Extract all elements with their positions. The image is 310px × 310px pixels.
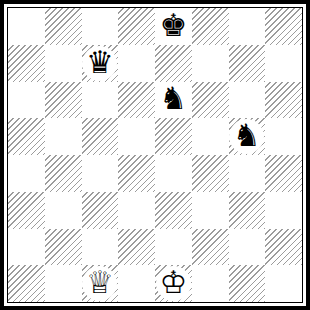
square-g8[interactable] xyxy=(229,8,266,45)
square-d4[interactable] xyxy=(118,155,155,192)
piece-halo: ♛ xyxy=(82,46,117,81)
square-b1[interactable] xyxy=(45,265,82,302)
square-f1[interactable] xyxy=(192,265,229,302)
piece-halo: ♕ xyxy=(82,266,117,301)
square-c6[interactable] xyxy=(82,82,119,119)
square-g2[interactable] xyxy=(229,229,266,266)
white-king-piece[interactable]: ♔ xyxy=(159,265,187,300)
square-c1[interactable]: ♕ xyxy=(82,265,119,302)
square-b8[interactable] xyxy=(45,8,82,45)
square-f6[interactable] xyxy=(192,82,229,119)
square-e3[interactable] xyxy=(155,192,192,229)
black-knight-piece[interactable]: ♞ xyxy=(159,82,187,117)
square-h8[interactable] xyxy=(265,8,302,45)
piece-halo: ♞ xyxy=(229,119,264,154)
square-f3[interactable] xyxy=(192,192,229,229)
square-e7[interactable] xyxy=(155,45,192,82)
square-a4[interactable] xyxy=(8,155,45,192)
square-a1[interactable] xyxy=(8,265,45,302)
white-queen-piece[interactable]: ♕ xyxy=(86,265,114,300)
square-e4[interactable] xyxy=(155,155,192,192)
chess-diagram: ♚♛♞♞♕♔ xyxy=(0,0,310,310)
square-f5[interactable] xyxy=(192,118,229,155)
square-b5[interactable] xyxy=(45,118,82,155)
square-h5[interactable] xyxy=(265,118,302,155)
square-a8[interactable] xyxy=(8,8,45,45)
square-f2[interactable] xyxy=(192,229,229,266)
square-g1[interactable] xyxy=(229,265,266,302)
square-a5[interactable] xyxy=(8,118,45,155)
square-c7[interactable]: ♛ xyxy=(82,45,119,82)
piece-halo: ♔ xyxy=(156,266,191,301)
square-e6[interactable]: ♞ xyxy=(155,82,192,119)
square-d6[interactable] xyxy=(118,82,155,119)
square-g5[interactable]: ♞ xyxy=(229,118,266,155)
square-g4[interactable] xyxy=(229,155,266,192)
square-d1[interactable] xyxy=(118,265,155,302)
square-d5[interactable] xyxy=(118,118,155,155)
square-g6[interactable] xyxy=(229,82,266,119)
square-b4[interactable] xyxy=(45,155,82,192)
square-c2[interactable] xyxy=(82,229,119,266)
square-g3[interactable] xyxy=(229,192,266,229)
square-f8[interactable] xyxy=(192,8,229,45)
square-h7[interactable] xyxy=(265,45,302,82)
board-inner-frame: ♚♛♞♞♕♔ xyxy=(7,7,303,303)
square-d8[interactable] xyxy=(118,8,155,45)
square-b2[interactable] xyxy=(45,229,82,266)
black-queen-piece[interactable]: ♛ xyxy=(86,45,114,80)
square-f4[interactable] xyxy=(192,155,229,192)
square-e1[interactable]: ♔ xyxy=(155,265,192,302)
square-b7[interactable] xyxy=(45,45,82,82)
piece-halo: ♚ xyxy=(156,9,191,44)
square-e2[interactable] xyxy=(155,229,192,266)
square-b3[interactable] xyxy=(45,192,82,229)
square-d3[interactable] xyxy=(118,192,155,229)
square-h2[interactable] xyxy=(265,229,302,266)
square-e8[interactable]: ♚ xyxy=(155,8,192,45)
square-a6[interactable] xyxy=(8,82,45,119)
square-d7[interactable] xyxy=(118,45,155,82)
square-c8[interactable] xyxy=(82,8,119,45)
piece-halo: ♞ xyxy=(156,82,191,117)
chess-board: ♚♛♞♞♕♔ xyxy=(8,8,302,302)
square-a2[interactable] xyxy=(8,229,45,266)
square-h4[interactable] xyxy=(265,155,302,192)
black-knight-piece[interactable]: ♞ xyxy=(233,118,261,153)
square-a7[interactable] xyxy=(8,45,45,82)
square-a3[interactable] xyxy=(8,192,45,229)
square-e5[interactable] xyxy=(155,118,192,155)
square-c5[interactable] xyxy=(82,118,119,155)
square-h3[interactable] xyxy=(265,192,302,229)
square-f7[interactable] xyxy=(192,45,229,82)
square-h6[interactable] xyxy=(265,82,302,119)
square-g7[interactable] xyxy=(229,45,266,82)
black-king-piece[interactable]: ♚ xyxy=(159,8,187,43)
square-d2[interactable] xyxy=(118,229,155,266)
square-c4[interactable] xyxy=(82,155,119,192)
square-h1[interactable] xyxy=(265,265,302,302)
square-b6[interactable] xyxy=(45,82,82,119)
square-c3[interactable] xyxy=(82,192,119,229)
